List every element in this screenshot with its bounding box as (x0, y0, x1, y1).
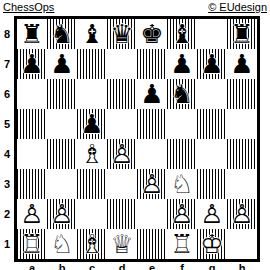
square-d5[interactable] (107, 109, 137, 139)
pawn-outline: ♙ (167, 199, 197, 229)
square-f8[interactable]: ♝ (167, 19, 197, 49)
square-d2[interactable] (107, 199, 137, 229)
header-bar: ChessOps © EUdesign (0, 0, 270, 16)
square-f2[interactable]: ♟♙ (167, 199, 197, 229)
square-a7[interactable]: ♟ (17, 49, 47, 79)
credit-link[interactable]: © EUdesign (208, 1, 267, 14)
rank-label: 6 (0, 79, 14, 109)
square-f4[interactable] (167, 139, 197, 169)
file-label: c (77, 262, 107, 270)
square-b4[interactable] (47, 139, 77, 169)
square-c2[interactable] (77, 199, 107, 229)
square-c8[interactable]: ♝ (77, 19, 107, 49)
square-a6[interactable] (17, 79, 47, 109)
piece-white-knight[interactable]: ♞♘ (47, 229, 77, 259)
app-title-link[interactable]: ChessOps (3, 1, 54, 14)
square-g8[interactable] (197, 19, 227, 49)
pawn-outline: ♙ (47, 199, 77, 229)
chess-board: ♜♞♝♛♚♝♜♟♟♟♟♟♟♞♟♝♗♟♙♟♙♞♘♟♙♟♙♟♙♟♙♟♙♜♖♞♘♝♗♛… (14, 16, 260, 262)
piece-black-bishop[interactable]: ♝ (77, 19, 107, 49)
rank-label: 7 (0, 49, 14, 79)
file-labels: abcdefgh (14, 262, 270, 270)
square-b3[interactable] (47, 169, 77, 199)
rank-labels: 87654321 (0, 16, 14, 270)
square-d8[interactable]: ♛ (107, 19, 137, 49)
piece-white-pawn[interactable]: ♟♙ (167, 199, 197, 229)
piece-black-knight[interactable]: ♞ (47, 19, 77, 49)
rank-label: 4 (0, 139, 14, 169)
square-h5[interactable] (227, 109, 257, 139)
square-c4[interactable]: ♝♗ (77, 139, 107, 169)
square-d1[interactable]: ♛♕ (107, 229, 137, 259)
square-e2[interactable] (137, 199, 167, 229)
square-g3[interactable] (197, 169, 227, 199)
pawn-outline: ♙ (107, 139, 137, 169)
pawn-outline: ♙ (227, 199, 257, 229)
piece-white-bishop[interactable]: ♝♗ (77, 229, 107, 259)
square-a5[interactable] (17, 109, 47, 139)
bishop-outline: ♗ (77, 229, 107, 259)
piece-white-rook[interactable]: ♜♖ (167, 229, 197, 259)
square-g6[interactable] (197, 79, 227, 109)
square-f7[interactable]: ♟ (167, 49, 197, 79)
square-g2[interactable]: ♟♙ (197, 199, 227, 229)
rank-label: 5 (0, 109, 14, 139)
square-d7[interactable] (107, 49, 137, 79)
queen-outline: ♕ (107, 229, 137, 259)
square-f3[interactable]: ♞♘ (167, 169, 197, 199)
rook-outline: ♖ (167, 229, 197, 259)
square-a2[interactable]: ♟♙ (17, 199, 47, 229)
square-e3[interactable]: ♟♙ (137, 169, 167, 199)
square-a3[interactable] (17, 169, 47, 199)
piece-black-pawn[interactable]: ♟ (137, 79, 167, 109)
piece-black-knight[interactable]: ♞ (167, 79, 197, 109)
square-h1[interactable] (227, 229, 257, 259)
piece-white-rook[interactable]: ♜♖ (17, 229, 47, 259)
square-c3[interactable] (77, 169, 107, 199)
piece-black-king[interactable]: ♚ (137, 19, 167, 49)
square-c6[interactable] (77, 79, 107, 109)
square-f5[interactable] (167, 109, 197, 139)
file-label: e (137, 262, 167, 270)
square-b7[interactable]: ♟ (47, 49, 77, 79)
rank-label: 2 (0, 199, 14, 229)
square-c1[interactable]: ♝♗ (77, 229, 107, 259)
file-label: h (227, 262, 257, 270)
square-h8[interactable]: ♜ (227, 19, 257, 49)
square-h4[interactable] (227, 139, 257, 169)
square-g1[interactable]: ♚♔ (197, 229, 227, 259)
square-c5[interactable]: ♟ (77, 109, 107, 139)
rank-label: 3 (0, 169, 14, 199)
piece-white-queen[interactable]: ♛♕ (107, 229, 137, 259)
pawn-outline: ♙ (137, 169, 167, 199)
file-label: f (167, 262, 197, 270)
square-a4[interactable] (17, 139, 47, 169)
piece-black-queen[interactable]: ♛ (107, 19, 137, 49)
piece-black-pawn[interactable]: ♟ (197, 49, 227, 79)
piece-black-pawn[interactable]: ♟ (77, 109, 107, 139)
square-a1[interactable]: ♜♖ (17, 229, 47, 259)
square-e6[interactable]: ♟ (137, 79, 167, 109)
piece-black-pawn[interactable]: ♟ (167, 49, 197, 79)
piece-white-king[interactable]: ♚♔ (197, 229, 227, 259)
rank-label: 1 (0, 229, 14, 259)
square-h6[interactable] (227, 79, 257, 109)
square-f6[interactable]: ♞ (167, 79, 197, 109)
square-e7[interactable] (137, 49, 167, 79)
square-b5[interactable] (47, 109, 77, 139)
square-h7[interactable]: ♟ (227, 49, 257, 79)
file-label: d (107, 262, 137, 270)
square-d3[interactable] (107, 169, 137, 199)
piece-black-pawn[interactable]: ♟ (227, 49, 257, 79)
square-h3[interactable] (227, 169, 257, 199)
file-label: b (47, 262, 77, 270)
piece-white-pawn[interactable]: ♟♙ (17, 199, 47, 229)
piece-white-pawn[interactable]: ♟♙ (107, 139, 137, 169)
square-b8[interactable]: ♞ (47, 19, 77, 49)
square-g4[interactable] (197, 139, 227, 169)
piece-white-pawn[interactable]: ♟♙ (137, 169, 167, 199)
file-label: g (197, 262, 227, 270)
file-label: a (17, 262, 47, 270)
square-b6[interactable] (47, 79, 77, 109)
square-b2[interactable]: ♟♙ (47, 199, 77, 229)
square-g7[interactable]: ♟ (197, 49, 227, 79)
square-d6[interactable] (107, 79, 137, 109)
piece-white-knight[interactable]: ♞♘ (167, 169, 197, 199)
piece-white-bishop[interactable]: ♝♗ (77, 139, 107, 169)
knight-outline: ♘ (167, 169, 197, 199)
chess-diagram-page: ChessOps © EUdesign 87654321 ♜♞♝♛♚♝♜♟♟♟♟… (0, 0, 270, 270)
square-e8[interactable]: ♚ (137, 19, 167, 49)
square-e1[interactable] (137, 229, 167, 259)
square-e4[interactable] (137, 139, 167, 169)
square-d4[interactable]: ♟♙ (107, 139, 137, 169)
piece-black-rook[interactable]: ♜ (17, 19, 47, 49)
bishop-outline: ♗ (77, 139, 107, 169)
piece-white-pawn[interactable]: ♟♙ (197, 199, 227, 229)
pawn-outline: ♙ (197, 199, 227, 229)
square-e5[interactable] (137, 109, 167, 139)
knight-outline: ♘ (47, 229, 77, 259)
piece-white-pawn[interactable]: ♟♙ (227, 199, 257, 229)
square-f1[interactable]: ♜♖ (167, 229, 197, 259)
pawn-outline: ♙ (17, 199, 47, 229)
piece-black-pawn[interactable]: ♟ (17, 49, 47, 79)
square-b1[interactable]: ♞♘ (47, 229, 77, 259)
square-a8[interactable]: ♜ (17, 19, 47, 49)
rook-outline: ♖ (17, 229, 47, 259)
rank-label: 8 (0, 19, 14, 49)
square-c7[interactable] (77, 49, 107, 79)
piece-black-rook[interactable]: ♜ (227, 19, 257, 49)
piece-black-bishop[interactable]: ♝ (167, 19, 197, 49)
piece-white-pawn[interactable]: ♟♙ (47, 199, 77, 229)
board-area: 87654321 ♜♞♝♛♚♝♜♟♟♟♟♟♟♞♟♝♗♟♙♟♙♞♘♟♙♟♙♟♙♟♙… (0, 16, 270, 270)
square-g5[interactable] (197, 109, 227, 139)
square-h2[interactable]: ♟♙ (227, 199, 257, 229)
piece-black-pawn[interactable]: ♟ (47, 49, 77, 79)
king-outline: ♔ (197, 229, 227, 259)
